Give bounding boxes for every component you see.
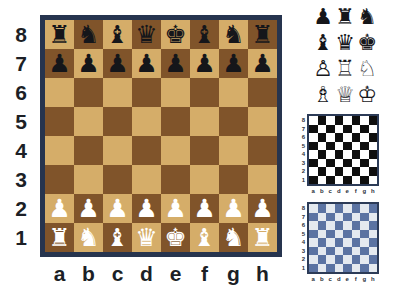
mini-mono-square-a6 (309, 133, 318, 142)
mini-blue-square-a6 (309, 221, 318, 230)
square-b8[interactable]: ♞ (74, 20, 103, 49)
square-h4[interactable] (248, 136, 277, 165)
mini-mono-square-f7 (352, 125, 361, 134)
mini-blue-square-g8 (360, 204, 369, 213)
mini-mono-square-f4 (352, 150, 361, 159)
page: 87654321 ♜♞♝♛♚♝♞♜♟♟♟♟♟♟♟♟♟♟♟♟♟♟♟♟♜♞♝♛♚♝♞… (0, 0, 400, 300)
mini-mono-square-b6 (318, 133, 327, 142)
mini-mono-square-a8 (309, 116, 318, 125)
mini-blue-square-b6 (318, 221, 327, 230)
mini-mono-square-f8 (352, 116, 361, 125)
mini-mono-square-e4 (343, 150, 352, 159)
mini-blue-square-a7 (309, 213, 318, 222)
mini-blue-square-e7 (343, 213, 352, 222)
tray-black-rook[interactable]: ♜ (334, 4, 356, 30)
tray-white-king[interactable]: ♔ (356, 82, 378, 108)
black-bishop: ♝ (193, 20, 215, 49)
square-e1[interactable]: ♚ (161, 223, 190, 252)
mini-mono-square-c2 (326, 167, 335, 176)
main-board-grid: ♜♞♝♛♚♝♞♜♟♟♟♟♟♟♟♟♟♟♟♟♟♟♟♟♜♞♝♛♚♝♞♜ (45, 20, 277, 252)
square-b1[interactable]: ♞ (74, 223, 103, 252)
square-d3[interactable] (132, 165, 161, 194)
mini-mono-frame (307, 114, 379, 186)
mini-blue-square-e6 (343, 221, 352, 230)
black-pawn: ♟ (164, 49, 186, 78)
mini-blue-square-a8 (309, 204, 318, 213)
rank-label-2: 2 (4, 194, 34, 223)
white-pawn: ♟ (193, 194, 215, 223)
square-d2[interactable]: ♟ (132, 194, 161, 223)
mini-blue-rank-1: 1 (298, 264, 307, 273)
mini-blue-square-f1 (352, 264, 361, 273)
mini-mono-file-c: c (326, 186, 335, 196)
mini-mono-square-d4 (335, 150, 344, 159)
black-pawn: ♟ (193, 49, 215, 78)
mini-mono-square-c6 (326, 133, 335, 142)
black-rook: ♜ (251, 20, 273, 49)
mini-blue-square-e4 (343, 238, 352, 247)
black-king: ♚ (164, 20, 186, 49)
mini-mono-square-d1 (335, 176, 344, 185)
mini-blue-square-c8 (326, 204, 335, 213)
mini-mono-file-f: f (352, 186, 361, 196)
mini-mono-square-c3 (326, 159, 335, 168)
mini-blue-rank-labels: 87654321 (298, 202, 307, 274)
mini-blue-square-d4 (335, 238, 344, 247)
mini-blue-file-c: c (326, 274, 335, 284)
mini-mono-square-b1 (318, 176, 327, 185)
tray-white-queen[interactable]: ♕ (334, 82, 356, 108)
square-b4[interactable] (74, 136, 103, 165)
mini-mono-square-g5 (360, 142, 369, 151)
mini-mono-square-d2 (335, 167, 344, 176)
mini-mono-rank-2: 2 (298, 167, 307, 176)
mini-blue-square-b5 (318, 230, 327, 239)
white-pawn: ♟ (77, 194, 99, 223)
white-queen: ♛ (135, 223, 157, 252)
mini-blue-rank-6: 6 (298, 221, 307, 230)
black-knight: ♞ (77, 20, 99, 49)
mini-mono-rank-4: 4 (298, 150, 307, 159)
mini-blue-square-f3 (352, 247, 361, 256)
square-g3[interactable] (219, 165, 248, 194)
mini-blue-square-a4 (309, 238, 318, 247)
square-h2[interactable]: ♟ (248, 194, 277, 223)
mini-mono-square-b7 (318, 125, 327, 134)
square-c3[interactable] (103, 165, 132, 194)
mini-mono-square-h5 (369, 142, 378, 151)
mini-blue-square-c7 (326, 213, 335, 222)
square-b5[interactable] (74, 107, 103, 136)
mini-blue-rank-4: 4 (298, 238, 307, 247)
mini-blue-square-g2 (360, 255, 369, 264)
white-pawn: ♟ (106, 194, 128, 223)
square-g7[interactable]: ♟ (219, 49, 248, 78)
mini-mono-square-h4 (369, 150, 378, 159)
mini-blue-square-b2 (318, 255, 327, 264)
square-c7[interactable]: ♟ (103, 49, 132, 78)
mini-blue-file-d: d (335, 274, 344, 284)
mini-mono-square-b5 (318, 142, 327, 151)
mini-blue-square-h8 (369, 204, 378, 213)
mini-mono-square-g3 (360, 159, 369, 168)
square-a5[interactable] (45, 107, 74, 136)
square-b7[interactable]: ♟ (74, 49, 103, 78)
file-label-f: f (190, 260, 219, 288)
square-b2[interactable]: ♟ (74, 194, 103, 223)
mini-mono-square-h3 (369, 159, 378, 168)
mini-blue-square-h6 (369, 221, 378, 230)
mini-blue-square-d6 (335, 221, 344, 230)
square-d8[interactable]: ♛ (132, 20, 161, 49)
mini-mono-square-c4 (326, 150, 335, 159)
square-e3[interactable] (161, 165, 190, 194)
mini-blue-square-b4 (318, 238, 327, 247)
mini-blue-file-a: a (309, 274, 318, 284)
file-label-d: d (132, 260, 161, 288)
file-label-h: h (248, 260, 277, 288)
mini-mono-file-d: d (335, 186, 344, 196)
rank-label-5: 5 (4, 107, 34, 136)
mini-blue-square-f8 (352, 204, 361, 213)
white-knight: ♞ (77, 223, 99, 252)
mini-blue-square-h2 (369, 255, 378, 264)
square-e8[interactable]: ♚ (161, 20, 190, 49)
rank-label-4: 4 (4, 136, 34, 165)
square-d6[interactable] (132, 78, 161, 107)
black-pawn: ♟ (222, 49, 244, 78)
square-c5[interactable] (103, 107, 132, 136)
square-h3[interactable] (248, 165, 277, 194)
tray-white-knight[interactable]: ♘ (356, 56, 378, 82)
file-label-b: b (74, 260, 103, 288)
mini-blue-square-h5 (369, 230, 378, 239)
mini-blue-square-e5 (343, 230, 352, 239)
mini-blue-square-a2 (309, 255, 318, 264)
mini-blue-square-g7 (360, 213, 369, 222)
square-e2[interactable]: ♟ (161, 194, 190, 223)
mini-blue-file-g: g (360, 274, 369, 284)
mini-mono-square-f2 (352, 167, 361, 176)
square-d5[interactable] (132, 107, 161, 136)
mini-mono-square-e1 (343, 176, 352, 185)
mini-blue-file-f: f (352, 274, 361, 284)
mini-mono-square-a7 (309, 125, 318, 134)
mini-mono-square-e2 (343, 167, 352, 176)
mini-blue-square-g6 (360, 221, 369, 230)
mini-mono-square-e7 (343, 125, 352, 134)
mini-mono-square-g6 (360, 133, 369, 142)
square-f7[interactable]: ♟ (190, 49, 219, 78)
square-g2[interactable]: ♟ (219, 194, 248, 223)
mini-blue-square-g3 (360, 247, 369, 256)
white-bishop: ♝ (106, 223, 128, 252)
main-chess-board: ♜♞♝♛♚♝♞♜♟♟♟♟♟♟♟♟♟♟♟♟♟♟♟♟♜♞♝♛♚♝♞♜ (40, 15, 282, 257)
tray-black-pawn[interactable]: ♟ (312, 4, 334, 30)
square-e6[interactable] (161, 78, 190, 107)
mini-mono-square-c7 (326, 125, 335, 134)
mini-mono-square-h7 (369, 125, 378, 134)
mini-mono-square-a3 (309, 159, 318, 168)
white-pawn: ♟ (251, 194, 273, 223)
mini-mono-file-h: h (369, 186, 378, 196)
black-pawn: ♟ (135, 49, 157, 78)
white-pawn: ♟ (48, 194, 70, 223)
square-e4[interactable] (161, 136, 190, 165)
file-label-e: e (161, 260, 190, 288)
square-g8[interactable]: ♞ (219, 20, 248, 49)
mini-mono-square-e6 (343, 133, 352, 142)
mini-blue-square-e2 (343, 255, 352, 264)
mini-blue-square-a3 (309, 247, 318, 256)
square-a4[interactable] (45, 136, 74, 165)
mini-blue-square-d7 (335, 213, 344, 222)
mini-blue-square-g5 (360, 230, 369, 239)
mini-mono-square-b2 (318, 167, 327, 176)
rank-label-6: 6 (4, 78, 34, 107)
mini-mono-square-g8 (360, 116, 369, 125)
piece-set-tray: ♟♜♞♝♛♚♙♖♘♗♕♔ (312, 4, 378, 108)
mini-mono-square-d3 (335, 159, 344, 168)
square-c4[interactable] (103, 136, 132, 165)
mini-blue-rank-5: 5 (298, 230, 307, 239)
white-king: ♚ (164, 223, 186, 252)
mini-mono-square-b8 (318, 116, 327, 125)
mini-blue-square-g4 (360, 238, 369, 247)
mini-blue-square-c4 (326, 238, 335, 247)
square-c2[interactable]: ♟ (103, 194, 132, 223)
mini-mono-file-e: e (343, 186, 352, 196)
mini-blue-square-e3 (343, 247, 352, 256)
square-f2[interactable]: ♟ (190, 194, 219, 223)
tray-white-bishop[interactable]: ♗ (312, 82, 334, 108)
square-h5[interactable] (248, 107, 277, 136)
mini-blue-square-e8 (343, 204, 352, 213)
mini-blue-rank-8: 8 (298, 204, 307, 213)
mini-mono-square-g4 (360, 150, 369, 159)
square-a2[interactable]: ♟ (45, 194, 74, 223)
tray-black-bishop[interactable]: ♝ (312, 30, 334, 56)
mini-blue-square-d8 (335, 204, 344, 213)
mini-mono-square-b3 (318, 159, 327, 168)
mini-blue-square-h3 (369, 247, 378, 256)
mini-blue-grid (309, 204, 377, 272)
mini-mono-square-b4 (318, 150, 327, 159)
white-pawn: ♟ (135, 194, 157, 223)
mini-blue-square-f2 (352, 255, 361, 264)
mini-mono-grid (309, 116, 377, 184)
mini-mono-square-e3 (343, 159, 352, 168)
mini-blue-square-d2 (335, 255, 344, 264)
square-b3[interactable] (74, 165, 103, 194)
square-f4[interactable] (190, 136, 219, 165)
mini-mono-rank-7: 7 (298, 125, 307, 134)
mini-blue-square-d5 (335, 230, 344, 239)
mini-blue-file-labels: abcdefgh (307, 274, 379, 284)
mini-mono-square-a1 (309, 176, 318, 185)
mini-mono-square-g7 (360, 125, 369, 134)
mini-blue-square-d1 (335, 264, 344, 273)
mini-mono-square-a2 (309, 167, 318, 176)
mini-blue-square-a1 (309, 264, 318, 273)
mini-blue-square-b7 (318, 213, 327, 222)
square-g6[interactable] (219, 78, 248, 107)
mini-mono-file-labels: abcdefgh (307, 186, 379, 196)
square-g4[interactable] (219, 136, 248, 165)
black-queen: ♛ (135, 20, 157, 49)
mini-mono-rank-8: 8 (298, 116, 307, 125)
file-labels: abcdefgh (45, 260, 277, 288)
mini-blue-square-c2 (326, 255, 335, 264)
square-h6[interactable] (248, 78, 277, 107)
square-d1[interactable]: ♛ (132, 223, 161, 252)
mini-mono-square-h2 (369, 167, 378, 176)
square-c1[interactable]: ♝ (103, 223, 132, 252)
mini-mono-square-c1 (326, 176, 335, 185)
file-label-c: c (103, 260, 132, 288)
mini-mono-square-f6 (352, 133, 361, 142)
square-a3[interactable] (45, 165, 74, 194)
mini-mono-square-d8 (335, 116, 344, 125)
tray-black-queen[interactable]: ♛ (334, 30, 356, 56)
tray-white-rook[interactable]: ♖ (334, 56, 356, 82)
square-d4[interactable] (132, 136, 161, 165)
mini-blue-square-c5 (326, 230, 335, 239)
tray-white-pawn[interactable]: ♙ (312, 56, 334, 82)
square-f3[interactable] (190, 165, 219, 194)
white-pawn: ♟ (164, 194, 186, 223)
mini-blue-square-f7 (352, 213, 361, 222)
mini-blue-square-f5 (352, 230, 361, 239)
mini-blue-square-h4 (369, 238, 378, 247)
mini-blue-frame (307, 202, 379, 274)
mini-mono-rank-5: 5 (298, 142, 307, 151)
mini-mono-square-h8 (369, 116, 378, 125)
square-e5[interactable] (161, 107, 190, 136)
mini-mono-square-a5 (309, 142, 318, 151)
square-f5[interactable] (190, 107, 219, 136)
mini-mono-square-e8 (343, 116, 352, 125)
mini-blue-square-c1 (326, 264, 335, 273)
mini-blue-square-h7 (369, 213, 378, 222)
black-pawn: ♟ (48, 49, 70, 78)
mini-mono-rank-3: 3 (298, 159, 307, 168)
rank-label-8: 8 (4, 20, 34, 49)
mini-blue-square-b8 (318, 204, 327, 213)
mini-mono-square-c5 (326, 142, 335, 151)
mini-blue-square-b3 (318, 247, 327, 256)
square-b6[interactable] (74, 78, 103, 107)
square-h1[interactable]: ♜ (248, 223, 277, 252)
black-pawn: ♟ (251, 49, 273, 78)
mini-mono-square-d6 (335, 133, 344, 142)
tray-black-king[interactable]: ♚ (356, 30, 378, 56)
square-f6[interactable] (190, 78, 219, 107)
white-pawn: ♟ (222, 194, 244, 223)
mini-blue-square-c6 (326, 221, 335, 230)
mini-mono-square-e5 (343, 142, 352, 151)
square-f8[interactable]: ♝ (190, 20, 219, 49)
mini-blue-file-h: h (369, 274, 378, 284)
mini-blue-square-d3 (335, 247, 344, 256)
square-g5[interactable] (219, 107, 248, 136)
mini-mono-file-a: a (309, 186, 318, 196)
mini-board-mono: 87654321 abcdefgh (298, 114, 379, 196)
black-knight: ♞ (222, 20, 244, 49)
white-rook: ♜ (48, 223, 70, 252)
mini-blue-rank-7: 7 (298, 213, 307, 222)
rank-label-7: 7 (4, 49, 34, 78)
mini-mono-rank-labels: 87654321 (298, 114, 307, 186)
square-a7[interactable]: ♟ (45, 49, 74, 78)
mini-blue-file-b: b (318, 274, 327, 284)
mini-blue-square-b1 (318, 264, 327, 273)
mini-blue-square-e1 (343, 264, 352, 273)
black-rook: ♜ (48, 20, 70, 49)
black-bishop: ♝ (106, 20, 128, 49)
mini-mono-square-a4 (309, 150, 318, 159)
mini-mono-square-d5 (335, 142, 344, 151)
rank-label-3: 3 (4, 165, 34, 194)
mini-blue-square-f6 (352, 221, 361, 230)
square-a8[interactable]: ♜ (45, 20, 74, 49)
square-e7[interactable]: ♟ (161, 49, 190, 78)
mini-mono-rank-1: 1 (298, 176, 307, 185)
tray-black-knight[interactable]: ♞ (356, 4, 378, 30)
mini-blue-file-e: e (343, 274, 352, 284)
mini-mono-square-f5 (352, 142, 361, 151)
square-f1[interactable]: ♝ (190, 223, 219, 252)
black-pawn: ♟ (77, 49, 99, 78)
rank-labels: 87654321 (4, 20, 34, 252)
mini-mono-square-f1 (352, 176, 361, 185)
mini-blue-square-a5 (309, 230, 318, 239)
square-c6[interactable] (103, 78, 132, 107)
file-label-a: a (45, 260, 74, 288)
file-label-g: g (219, 260, 248, 288)
rank-label-1: 1 (4, 223, 34, 252)
mini-board-blue: 87654321 abcdefgh (298, 202, 379, 284)
mini-blue-square-f4 (352, 238, 361, 247)
black-pawn: ♟ (106, 49, 128, 78)
mini-mono-square-f3 (352, 159, 361, 168)
square-c8[interactable]: ♝ (103, 20, 132, 49)
square-g1[interactable]: ♞ (219, 223, 248, 252)
mini-blue-square-c3 (326, 247, 335, 256)
mini-mono-square-g2 (360, 167, 369, 176)
square-d7[interactable]: ♟ (132, 49, 161, 78)
mini-mono-square-h1 (369, 176, 378, 185)
mini-mono-file-g: g (360, 186, 369, 196)
mini-mono-square-g1 (360, 176, 369, 185)
mini-blue-rank-3: 3 (298, 247, 307, 256)
mini-mono-file-b: b (318, 186, 327, 196)
mini-mono-square-d7 (335, 125, 344, 134)
mini-blue-square-h1 (369, 264, 378, 273)
mini-mono-square-h6 (369, 133, 378, 142)
mini-mono-rank-6: 6 (298, 133, 307, 142)
mini-blue-square-g1 (360, 264, 369, 273)
square-h8[interactable]: ♜ (248, 20, 277, 49)
square-a6[interactable] (45, 78, 74, 107)
white-knight: ♞ (222, 223, 244, 252)
mini-blue-rank-2: 2 (298, 255, 307, 264)
mini-mono-square-c8 (326, 116, 335, 125)
white-rook: ♜ (251, 223, 273, 252)
white-bishop: ♝ (193, 223, 215, 252)
square-h7[interactable]: ♟ (248, 49, 277, 78)
square-a1[interactable]: ♜ (45, 223, 74, 252)
